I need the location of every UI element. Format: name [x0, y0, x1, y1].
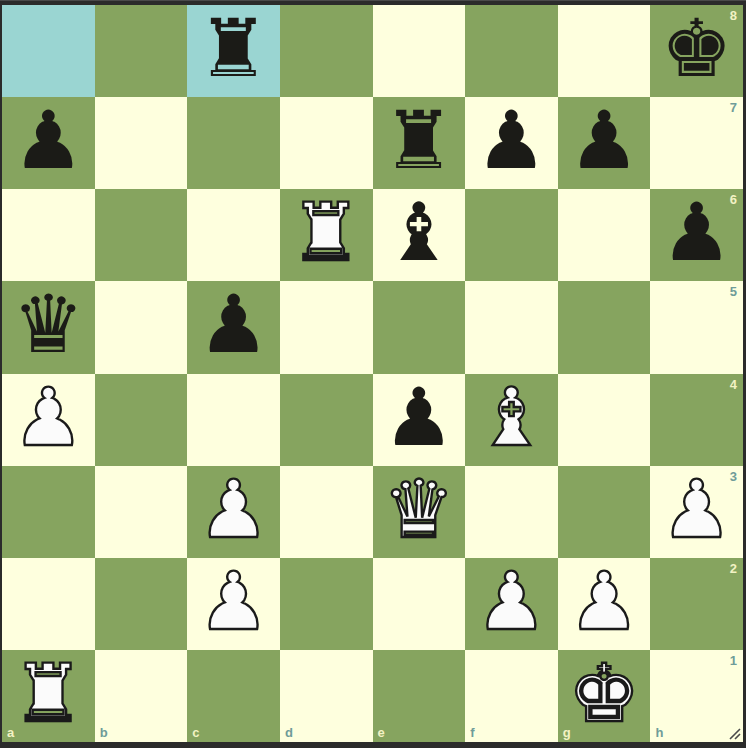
square-d5[interactable]: [280, 281, 373, 373]
square-a8[interactable]: [2, 5, 95, 97]
square-c6[interactable]: [187, 189, 280, 281]
square-a3[interactable]: [2, 466, 95, 558]
black-pawn[interactable]: ♟: [12, 101, 84, 181]
white-pawn[interactable]: ♟: [198, 470, 270, 550]
square-a6[interactable]: [2, 189, 95, 281]
black-bishop[interactable]: ♝: [383, 193, 455, 273]
square-c1[interactable]: c: [187, 650, 280, 742]
white-pawn[interactable]: ♟: [661, 470, 733, 550]
black-queen[interactable]: ♛: [12, 285, 84, 365]
black-pawn[interactable]: ♟: [476, 101, 548, 181]
black-king[interactable]: ♚: [661, 9, 733, 89]
square-f5[interactable]: [465, 281, 558, 373]
square-b4[interactable]: [95, 374, 188, 466]
square-d6[interactable]: ♜: [280, 189, 373, 281]
file-label-g: g: [563, 726, 571, 739]
square-a7[interactable]: ♟: [2, 97, 95, 189]
file-label-b: b: [100, 726, 108, 739]
white-pawn[interactable]: ♟: [198, 562, 270, 642]
white-king[interactable]: ♚: [568, 654, 640, 734]
square-a1[interactable]: ♜a: [2, 650, 95, 742]
square-a5[interactable]: ♛: [2, 281, 95, 373]
square-g2[interactable]: ♟: [558, 558, 651, 650]
square-b1[interactable]: b: [95, 650, 188, 742]
rank-label-5: 5: [730, 285, 737, 298]
square-c4[interactable]: [187, 374, 280, 466]
square-g3[interactable]: [558, 466, 651, 558]
square-a2[interactable]: [2, 558, 95, 650]
white-queen[interactable]: ♛: [383, 470, 455, 550]
square-g1[interactable]: ♚g: [558, 650, 651, 742]
white-rook[interactable]: ♜: [12, 654, 84, 734]
square-f1[interactable]: f: [465, 650, 558, 742]
board-resize-handle-icon[interactable]: [727, 726, 741, 740]
square-g7[interactable]: ♟: [558, 97, 651, 189]
square-b6[interactable]: [95, 189, 188, 281]
square-h4[interactable]: 4: [650, 374, 743, 466]
square-h7[interactable]: 7: [650, 97, 743, 189]
square-e2[interactable]: [373, 558, 466, 650]
white-pawn[interactable]: ♟: [476, 562, 548, 642]
square-e8[interactable]: [373, 5, 466, 97]
square-g4[interactable]: [558, 374, 651, 466]
file-label-a: a: [7, 726, 14, 739]
file-label-d: d: [285, 726, 293, 739]
square-g6[interactable]: [558, 189, 651, 281]
square-g5[interactable]: [558, 281, 651, 373]
square-h1[interactable]: 1h: [650, 650, 743, 742]
square-a4[interactable]: ♟: [2, 374, 95, 466]
square-c7[interactable]: [187, 97, 280, 189]
black-pawn[interactable]: ♟: [198, 285, 270, 365]
rank-label-6: 6: [730, 193, 737, 206]
square-d7[interactable]: [280, 97, 373, 189]
file-label-h: h: [655, 726, 663, 739]
square-g8[interactable]: [558, 5, 651, 97]
square-e5[interactable]: [373, 281, 466, 373]
white-pawn[interactable]: ♟: [568, 562, 640, 642]
square-f6[interactable]: [465, 189, 558, 281]
file-label-e: e: [378, 726, 385, 739]
page-background: { "game": "chess", "position": { "fen": …: [0, 0, 746, 748]
rank-label-3: 3: [730, 470, 737, 483]
black-rook[interactable]: ♜: [383, 101, 455, 181]
square-h8[interactable]: ♚8: [650, 5, 743, 97]
square-d1[interactable]: d: [280, 650, 373, 742]
rank-label-7: 7: [730, 101, 737, 114]
file-label-f: f: [470, 726, 474, 739]
rank-label-8: 8: [730, 9, 737, 22]
rank-label-1: 1: [730, 654, 737, 667]
square-e4[interactable]: ♟: [373, 374, 466, 466]
square-b2[interactable]: [95, 558, 188, 650]
square-b3[interactable]: [95, 466, 188, 558]
file-label-c: c: [192, 726, 199, 739]
square-h5[interactable]: 5: [650, 281, 743, 373]
square-b7[interactable]: [95, 97, 188, 189]
square-e6[interactable]: ♝: [373, 189, 466, 281]
square-b8[interactable]: [95, 5, 188, 97]
white-rook[interactable]: ♜: [290, 193, 362, 273]
square-f4[interactable]: ♝: [465, 374, 558, 466]
rank-label-2: 2: [730, 562, 737, 575]
square-e1[interactable]: e: [373, 650, 466, 742]
square-c5[interactable]: ♟: [187, 281, 280, 373]
square-f3[interactable]: [465, 466, 558, 558]
square-d3[interactable]: [280, 466, 373, 558]
square-d8[interactable]: [280, 5, 373, 97]
black-pawn[interactable]: ♟: [568, 101, 640, 181]
square-f7[interactable]: ♟: [465, 97, 558, 189]
square-f8[interactable]: [465, 5, 558, 97]
square-f2[interactable]: ♟: [465, 558, 558, 650]
black-pawn[interactable]: ♟: [661, 193, 733, 273]
square-e7[interactable]: ♜: [373, 97, 466, 189]
white-pawn[interactable]: ♟: [12, 378, 84, 458]
square-h3[interactable]: ♟3: [650, 466, 743, 558]
square-h2[interactable]: 2: [650, 558, 743, 650]
square-d4[interactable]: [280, 374, 373, 466]
square-c3[interactable]: ♟: [187, 466, 280, 558]
black-pawn[interactable]: ♟: [383, 378, 455, 458]
square-c2[interactable]: ♟: [187, 558, 280, 650]
rank-label-4: 4: [730, 378, 737, 391]
white-bishop[interactable]: ♝: [476, 378, 548, 458]
black-rook[interactable]: ♜: [198, 9, 270, 89]
square-c8[interactable]: ♜: [187, 5, 280, 97]
square-d2[interactable]: [280, 558, 373, 650]
square-b5[interactable]: [95, 281, 188, 373]
chess-board: ♜♚8♟♜♟♟7♜♝♟6♛♟5♟♟♝4♟♛♟3♟♟♟2♜abcdef♚g1h: [2, 5, 743, 742]
square-e3[interactable]: ♛: [373, 466, 466, 558]
square-h6[interactable]: ♟6: [650, 189, 743, 281]
